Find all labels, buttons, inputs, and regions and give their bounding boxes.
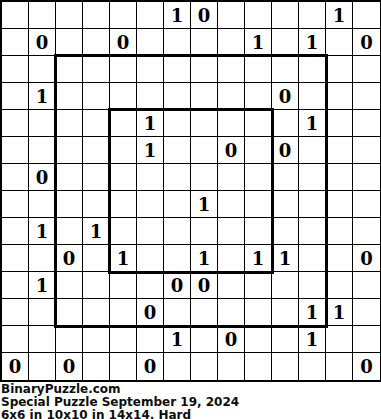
grid-cell-r3c6[interactable]	[164, 83, 191, 110]
grid-cell-r12c4[interactable]	[110, 326, 137, 353]
grid-cell-r1c5[interactable]	[137, 29, 164, 56]
grid-cell-r5c0[interactable]	[2, 137, 29, 164]
grid-cell-r9c5[interactable]	[137, 245, 164, 272]
grid-cell-r0c11[interactable]	[299, 2, 326, 29]
grid-cell-r7c10[interactable]	[272, 191, 299, 218]
grid-cell-r12c13[interactable]	[353, 326, 380, 353]
grid-cell-r12c5[interactable]	[137, 326, 164, 353]
grid-cell-r8c13[interactable]	[353, 218, 380, 245]
grid-cell-r11c7[interactable]	[191, 299, 218, 326]
grid-cell-r10c11[interactable]	[299, 272, 326, 299]
grid-cell-r3c13[interactable]	[353, 83, 380, 110]
grid-cell-r5c1[interactable]	[29, 137, 56, 164]
grid-cell-r8c8[interactable]	[218, 218, 245, 245]
grid-cell-r0c12: 1	[326, 2, 353, 29]
grid-cell-r13c5: 0	[137, 353, 164, 380]
grid-cell-r9c13: 0	[353, 245, 380, 272]
grid-cell-r10c7: 0	[191, 272, 218, 299]
grid-cell-r5c7[interactable]	[191, 137, 218, 164]
grid-cell-r9c8[interactable]	[218, 245, 245, 272]
grid-cell-r4c4[interactable]	[110, 110, 137, 137]
grid-cell-r6c12[interactable]	[326, 164, 353, 191]
grid-cell-r11c9[interactable]	[245, 299, 272, 326]
grid-cell-r10c1: 1	[29, 272, 56, 299]
grid-cell-r13c1[interactable]	[29, 353, 56, 380]
grid-cell-r12c8: 0	[218, 326, 245, 353]
grid-cell-r2c4[interactable]	[110, 56, 137, 83]
grid-cell-r3c4[interactable]	[110, 83, 137, 110]
grid-cell-r7c8[interactable]	[218, 191, 245, 218]
grid-cell-r13c3[interactable]	[83, 353, 110, 380]
grid-cell-r4c3[interactable]	[83, 110, 110, 137]
grid-cell-r10c9[interactable]	[245, 272, 272, 299]
grid-cell-r2c13[interactable]	[353, 56, 380, 83]
grid-cell-r7c4[interactable]	[110, 191, 137, 218]
grid-cell-r13c0: 0	[2, 353, 29, 380]
grid-cell-r7c6[interactable]	[164, 191, 191, 218]
grid-cell-r11c4[interactable]	[110, 299, 137, 326]
grid-cell-r2c12[interactable]	[326, 56, 353, 83]
grid-cell-r7c13[interactable]	[353, 191, 380, 218]
grid-cell-r10c3[interactable]	[83, 272, 110, 299]
grid-cell-r4c0[interactable]	[2, 110, 29, 137]
grid-cell-r7c5[interactable]	[137, 191, 164, 218]
grid-cell-r9c12[interactable]	[326, 245, 353, 272]
grid-cell-r6c1: 0	[29, 164, 56, 191]
grid-cell-r1c2[interactable]	[56, 29, 83, 56]
grid-cell-r11c11: 1	[299, 299, 326, 326]
grid-cell-r13c11[interactable]	[299, 353, 326, 380]
grid-cell-r1c12[interactable]	[326, 29, 353, 56]
grid-cell-r11c2[interactable]	[56, 299, 83, 326]
grid-cell-r5c13[interactable]	[353, 137, 380, 164]
grid-cell-r2c7[interactable]	[191, 56, 218, 83]
grid-cell-r0c6: 1	[164, 2, 191, 29]
grid-cell-r13c9[interactable]	[245, 353, 272, 380]
grid-cell-r9c9: 1	[245, 245, 272, 272]
grid-cell-r4c7[interactable]	[191, 110, 218, 137]
grid-cell-r4c13[interactable]	[353, 110, 380, 137]
grid-cell-r9c11[interactable]	[299, 245, 326, 272]
grid-cell-r7c7: 1	[191, 191, 218, 218]
grid-cell-r4c8[interactable]	[218, 110, 245, 137]
grid-cell-r4c2[interactable]	[56, 110, 83, 137]
caption: BinaryPuzzle.com Special Puzzle Septembe…	[0, 382, 381, 419]
grid-cell-r9c6[interactable]	[164, 245, 191, 272]
grid-cell-r8c6[interactable]	[164, 218, 191, 245]
grid-cell-r12c10[interactable]	[272, 326, 299, 353]
grid-cell-r11c0[interactable]	[2, 299, 29, 326]
grid-cell-r5c5: 1	[137, 137, 164, 164]
grid-cell-r9c2: 0	[56, 245, 83, 272]
grid-cell-r3c2[interactable]	[56, 83, 83, 110]
grid-cell-r8c7[interactable]	[191, 218, 218, 245]
grid-cell-r2c9[interactable]	[245, 56, 272, 83]
grid-cell-r13c8[interactable]	[218, 353, 245, 380]
grid-cell-r8c5[interactable]	[137, 218, 164, 245]
grid-cell-r2c5[interactable]	[137, 56, 164, 83]
grid-cell-r11c3[interactable]	[83, 299, 110, 326]
grid-cell-r0c10[interactable]	[272, 2, 299, 29]
grid-cell-r2c11[interactable]	[299, 56, 326, 83]
puzzle-page: 10100110101110001110111101000111010000 B…	[0, 0, 381, 419]
grid-cell-r13c10[interactable]	[272, 353, 299, 380]
grid-cell-r6c0[interactable]	[2, 164, 29, 191]
grid-cell-r5c10: 0	[272, 137, 299, 164]
grid-cell-r10c13[interactable]	[353, 272, 380, 299]
grid-cell-r6c10[interactable]	[272, 164, 299, 191]
grid-cell-r2c0[interactable]	[2, 56, 29, 83]
grid-cell-r6c9[interactable]	[245, 164, 272, 191]
grid-cell-r4c5: 1	[137, 110, 164, 137]
grid-cell-r2c1[interactable]	[29, 56, 56, 83]
grid-cell-r7c0[interactable]	[2, 191, 29, 218]
grid-cell-r10c0[interactable]	[2, 272, 29, 299]
grid-cell-r6c7[interactable]	[191, 164, 218, 191]
grid-cell-r3c12[interactable]	[326, 83, 353, 110]
grid-cell-r7c1[interactable]	[29, 191, 56, 218]
grid-cell-r0c0[interactable]	[2, 2, 29, 29]
grid-cell-r3c1: 1	[29, 83, 56, 110]
grid-cell-r12c12[interactable]	[326, 326, 353, 353]
grid-cell-r11c1[interactable]	[29, 299, 56, 326]
grid-cell-r9c4: 1	[110, 245, 137, 272]
grid-cell-r13c13: 0	[353, 353, 380, 380]
grid-cell-r1c7[interactable]	[191, 29, 218, 56]
grid-cell-r12c7[interactable]	[191, 326, 218, 353]
grid-cell-r9c1[interactable]	[29, 245, 56, 272]
grid-cell-r9c3[interactable]	[83, 245, 110, 272]
grid-cell-r12c11: 1	[299, 326, 326, 353]
grid-cell-r10c5[interactable]	[137, 272, 164, 299]
grid-cell-r11c10[interactable]	[272, 299, 299, 326]
grid-cell-r7c3[interactable]	[83, 191, 110, 218]
grid-cell-r10c12[interactable]	[326, 272, 353, 299]
grid-cell-r6c8[interactable]	[218, 164, 245, 191]
grid-cell-r12c6: 1	[164, 326, 191, 353]
grid-cell-r8c1: 1	[29, 218, 56, 245]
grid-cell-r1c10[interactable]	[272, 29, 299, 56]
grid-cell-r6c2[interactable]	[56, 164, 83, 191]
grid-cell-r3c5[interactable]	[137, 83, 164, 110]
grid-cell-r10c8[interactable]	[218, 272, 245, 299]
grid-cell-r11c6[interactable]	[164, 299, 191, 326]
grid-cell-r7c11[interactable]	[299, 191, 326, 218]
grid-cell-r10c4[interactable]	[110, 272, 137, 299]
grid-cell-r8c12[interactable]	[326, 218, 353, 245]
grid-cell-r4c12[interactable]	[326, 110, 353, 137]
grid-cell-r1c3[interactable]	[83, 29, 110, 56]
grid-cell-r0c4[interactable]	[110, 2, 137, 29]
grid-cell-r5c2[interactable]	[56, 137, 83, 164]
grid-cell-r0c1[interactable]	[29, 2, 56, 29]
grid-cell-r6c6[interactable]	[164, 164, 191, 191]
grid-cell-r1c9: 1	[245, 29, 272, 56]
grid-cell-r6c11[interactable]	[299, 164, 326, 191]
grid-cell-r5c6[interactable]	[164, 137, 191, 164]
grid-cell-r4c6[interactable]	[164, 110, 191, 137]
grid-cell-r10c2[interactable]	[56, 272, 83, 299]
grid-cell-r3c7[interactable]	[191, 83, 218, 110]
grid-cell-r8c2[interactable]	[56, 218, 83, 245]
grid-cell-r1c8[interactable]	[218, 29, 245, 56]
grid-cell-r6c3[interactable]	[83, 164, 110, 191]
grid-cell-r3c3[interactable]	[83, 83, 110, 110]
grid-cell-r11c12: 1	[326, 299, 353, 326]
grid-cell-r0c2[interactable]	[56, 2, 83, 29]
grid-cell-r13c7[interactable]	[191, 353, 218, 380]
grid-cell-r1c11: 1	[299, 29, 326, 56]
grid-cell-r3c10: 0	[272, 83, 299, 110]
grid-cell-r0c3[interactable]	[83, 2, 110, 29]
grid-cell-r12c2[interactable]	[56, 326, 83, 353]
grid-cell-r8c10[interactable]	[272, 218, 299, 245]
grid-cell-r9c10: 1	[272, 245, 299, 272]
grid-cell-r8c3: 1	[83, 218, 110, 245]
grid-cell-r7c2[interactable]	[56, 191, 83, 218]
grid-cell-r5c4[interactable]	[110, 137, 137, 164]
grid-cell-r1c13: 0	[353, 29, 380, 56]
grid-cell-r13c2: 0	[56, 353, 83, 380]
grid-cell-r10c10[interactable]	[272, 272, 299, 299]
grid-cell-r11c8[interactable]	[218, 299, 245, 326]
grid-cell-r12c0[interactable]	[2, 326, 29, 353]
grid-cell-r2c8[interactable]	[218, 56, 245, 83]
grid-cell-r1c4: 0	[110, 29, 137, 56]
grid-cell-r3c8[interactable]	[218, 83, 245, 110]
grid-cell-r4c1[interactable]	[29, 110, 56, 137]
grid-cell-r6c13[interactable]	[353, 164, 380, 191]
grid-cell-r10c6: 0	[164, 272, 191, 299]
grid-cell-r4c10[interactable]	[272, 110, 299, 137]
grid-cell-r6c5[interactable]	[137, 164, 164, 191]
grid-cell-r0c9[interactable]	[245, 2, 272, 29]
grid-cell-r9c0[interactable]	[2, 245, 29, 272]
caption-subtitle: 6x6 in 10x10 in 14x14, Hard	[1, 409, 381, 419]
grid-cell-r4c11: 1	[299, 110, 326, 137]
grid-cell-r1c6[interactable]	[164, 29, 191, 56]
grid-cell-r3c9[interactable]	[245, 83, 272, 110]
grid-cell-r0c5[interactable]	[137, 2, 164, 29]
grid-cell-r8c0[interactable]	[2, 218, 29, 245]
grid-cell-r13c4[interactable]	[110, 353, 137, 380]
grid-cell-r6c4[interactable]	[110, 164, 137, 191]
grid-cell-r0c7: 0	[191, 2, 218, 29]
grid-cell-r8c9[interactable]	[245, 218, 272, 245]
grid-cell-r1c0[interactable]	[2, 29, 29, 56]
grid-cell-r5c12[interactable]	[326, 137, 353, 164]
puzzle-grid: 10100110101110001110111101000111010000	[0, 0, 381, 382]
grid-cell-r3c11[interactable]	[299, 83, 326, 110]
grid-cell-r5c11[interactable]	[299, 137, 326, 164]
grid-cell-r5c9[interactable]	[245, 137, 272, 164]
grid-cell-r9c7: 1	[191, 245, 218, 272]
grid-cell-r7c12[interactable]	[326, 191, 353, 218]
grid-cell-r0c8[interactable]	[218, 2, 245, 29]
grid-cell-r0c13[interactable]	[353, 2, 380, 29]
grid-cell-r1c1: 0	[29, 29, 56, 56]
grid-cell-r2c10[interactable]	[272, 56, 299, 83]
grid-cell-r5c8: 0	[218, 137, 245, 164]
grid-cell-r11c13[interactable]	[353, 299, 380, 326]
grid-cell-r8c4[interactable]	[110, 218, 137, 245]
grid-cell-r4c9[interactable]	[245, 110, 272, 137]
grid-cell-r5c3[interactable]	[83, 137, 110, 164]
grid-cell-r2c3[interactable]	[83, 56, 110, 83]
grid-cell-r2c2[interactable]	[56, 56, 83, 83]
grid-cell-r12c9[interactable]	[245, 326, 272, 353]
grid-cell-r3c0[interactable]	[2, 83, 29, 110]
grid-cell-r12c1[interactable]	[29, 326, 56, 353]
grid-cell-r11c5: 0	[137, 299, 164, 326]
grid-cell-r12c3[interactable]	[83, 326, 110, 353]
grid-cell-r7c9[interactable]	[245, 191, 272, 218]
grid-cell-r8c11[interactable]	[299, 218, 326, 245]
grid-cell-r13c12[interactable]	[326, 353, 353, 380]
grid-cell-r13c6[interactable]	[164, 353, 191, 380]
grid-cell-r2c6[interactable]	[164, 56, 191, 83]
